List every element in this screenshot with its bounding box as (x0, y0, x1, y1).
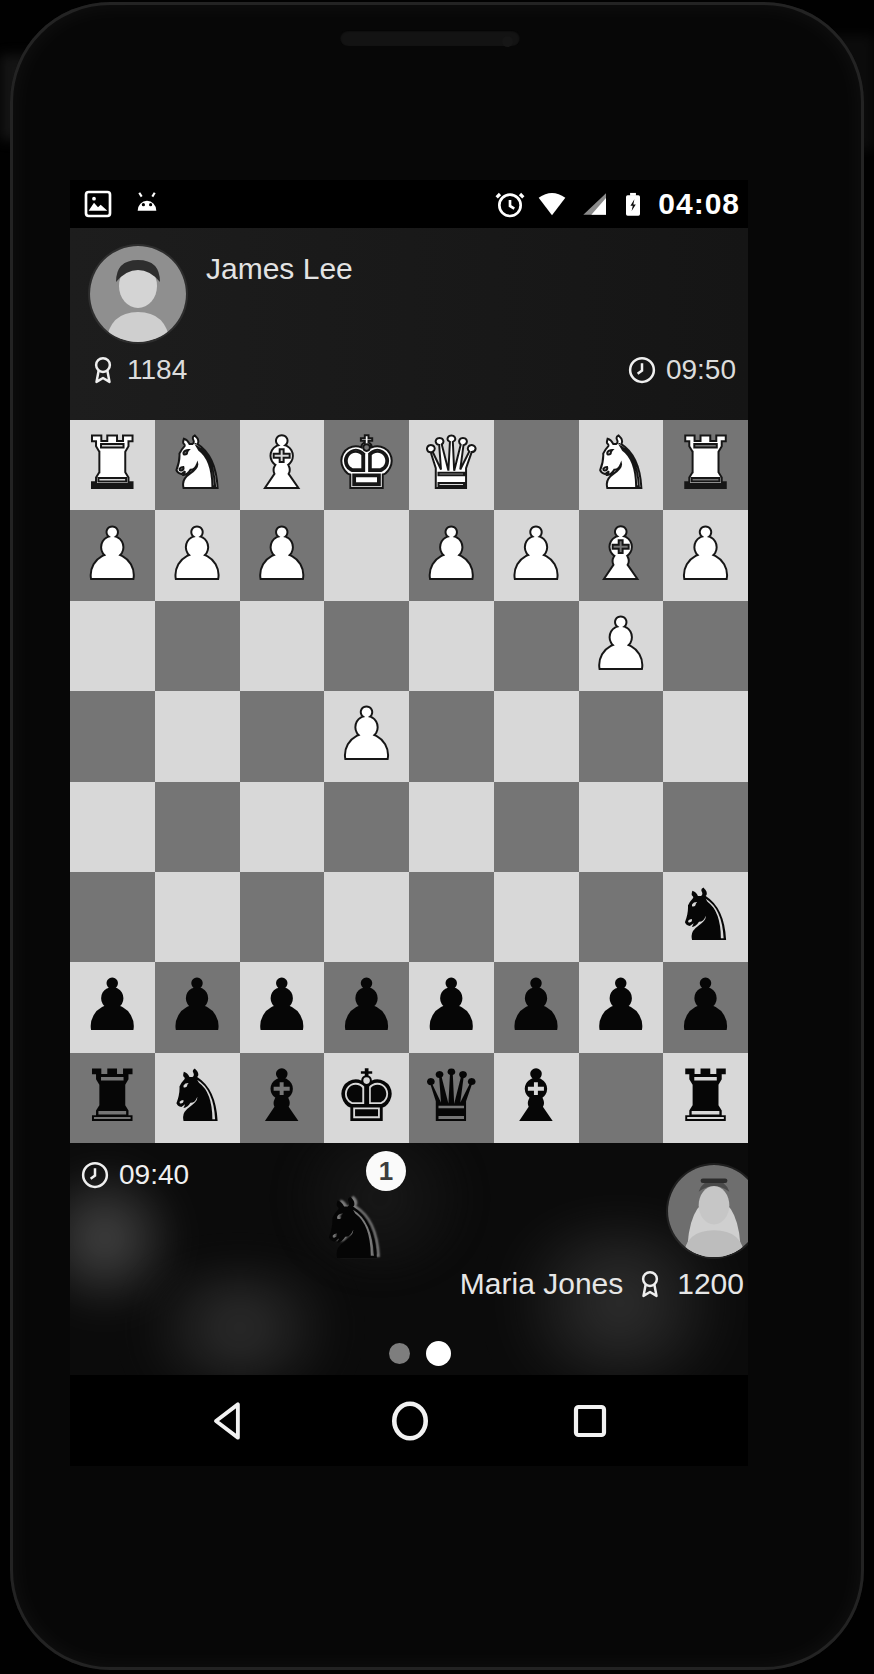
piece-black-pawn[interactable]: ♟ (80, 969, 145, 1041)
chess-board[interactable]: ♜♞♝♚♛♞♜♟♟♟♟♟♝♟♟♟♞♟♟♟♟♟♟♟♟♜♞♝♚♛♝♜ (70, 420, 748, 1143)
board-square[interactable]: ♟ (155, 510, 240, 600)
piece-black-pawn[interactable]: ♟ (334, 969, 399, 1041)
app-screen: 04:08 James Lee 1184 09:50 (70, 180, 748, 1466)
board-square[interactable]: ♟ (663, 510, 748, 600)
board-square[interactable]: ♟ (663, 962, 748, 1052)
home-button[interactable] (370, 1375, 450, 1466)
piece-white-knight[interactable]: ♞ (589, 427, 654, 499)
piece-black-king[interactable]: ♚ (334, 1060, 399, 1132)
piece-white-rook[interactable]: ♜ (80, 427, 145, 499)
board-square[interactable]: ♛ (409, 420, 494, 510)
board-square[interactable] (579, 1053, 664, 1143)
board-square[interactable]: ♟ (70, 962, 155, 1052)
board-square[interactable]: ♞ (155, 1053, 240, 1143)
avatar-james[interactable] (90, 246, 186, 342)
top-player-bar: James Lee 1184 09:50 (70, 228, 748, 420)
clock-value-bottom: 09:40 (119, 1159, 189, 1191)
board-square[interactable]: ♟ (409, 510, 494, 600)
piece-white-pawn[interactable]: ♟ (250, 518, 315, 590)
front-camera (502, 36, 513, 47)
board-square[interactable]: ♞ (155, 420, 240, 510)
gallery-icon (82, 188, 114, 220)
piece-white-queen[interactable]: ♛ (419, 427, 484, 499)
back-button[interactable] (190, 1375, 270, 1466)
board-square[interactable]: ♜ (70, 420, 155, 510)
board-square[interactable]: ♚ (324, 1053, 409, 1143)
board-square[interactable] (324, 872, 409, 962)
board-square[interactable]: ♜ (663, 1053, 748, 1143)
android-nav-bar (70, 1375, 748, 1466)
board-square[interactable] (494, 782, 579, 872)
piece-black-bishop[interactable]: ♝ (504, 1060, 569, 1132)
board-square[interactable]: ♝ (240, 420, 325, 510)
page-dot[interactable] (389, 1343, 410, 1364)
board-square[interactable]: ♝ (579, 510, 664, 600)
board-square[interactable] (663, 601, 748, 691)
piece-white-pawn[interactable]: ♟ (419, 518, 484, 590)
board-square[interactable] (155, 691, 240, 781)
player-info-bottom: Maria Jones 1200 (460, 1267, 744, 1301)
board-square[interactable] (409, 691, 494, 781)
medal-icon (88, 354, 118, 386)
board-square[interactable] (324, 510, 409, 600)
piece-white-pawn[interactable]: ♟ (589, 608, 654, 680)
board-square[interactable] (155, 601, 240, 691)
piece-white-king[interactable]: ♚ (334, 427, 399, 499)
piece-black-pawn[interactable]: ♟ (419, 969, 484, 1041)
player-name-top: James Lee (206, 252, 353, 286)
status-time: 04:08 (658, 187, 740, 221)
cell-signal-icon (578, 187, 610, 221)
board-square[interactable]: ♛ (409, 1053, 494, 1143)
board-square[interactable]: ♚ (324, 420, 409, 510)
page-dot[interactable] (426, 1341, 451, 1366)
board-square[interactable]: ♟ (324, 691, 409, 781)
board-square[interactable]: ♟ (70, 510, 155, 600)
piece-white-bishop[interactable]: ♝ (250, 427, 315, 499)
board-square[interactable] (579, 782, 664, 872)
piece-black-pawn[interactable]: ♟ (673, 969, 738, 1041)
board-square[interactable] (324, 601, 409, 691)
board-square[interactable]: ♝ (494, 1053, 579, 1143)
board-square[interactable] (663, 691, 748, 781)
board-square[interactable] (155, 872, 240, 962)
board-square[interactable] (70, 872, 155, 962)
bottom-player-area: 09:40 1 ♞ Maria Jones 1200 (70, 1143, 748, 1375)
board-square[interactable]: ♟ (579, 962, 664, 1052)
piece-black-knight[interactable]: ♞ (165, 1060, 230, 1132)
clock-top: 09:50 (627, 354, 736, 386)
medal-icon (635, 1268, 665, 1300)
board-square[interactable]: ♟ (324, 962, 409, 1052)
board-square[interactable] (579, 691, 664, 781)
piece-white-knight[interactable]: ♞ (165, 427, 230, 499)
board-square[interactable] (240, 782, 325, 872)
earpiece (340, 30, 520, 46)
board-square[interactable]: ♟ (240, 510, 325, 600)
board-square[interactable] (324, 782, 409, 872)
wifi-icon (535, 187, 569, 221)
board-square[interactable] (494, 601, 579, 691)
board-square[interactable]: ♟ (579, 601, 664, 691)
board-square[interactable]: ♝ (240, 1053, 325, 1143)
board-square[interactable]: ♟ (494, 962, 579, 1052)
board-square[interactable] (240, 691, 325, 781)
board-square[interactable] (240, 872, 325, 962)
board-square[interactable] (409, 782, 494, 872)
piece-white-pawn[interactable]: ♟ (165, 518, 230, 590)
board-square[interactable] (240, 601, 325, 691)
board-square[interactable] (70, 601, 155, 691)
board-square[interactable]: ♜ (70, 1053, 155, 1143)
rating-value-top: 1184 (127, 354, 187, 386)
board-square[interactable] (494, 872, 579, 962)
player-name-bottom: Maria Jones (460, 1267, 623, 1301)
board-square[interactable] (494, 420, 579, 510)
clock-value-top: 09:50 (666, 354, 736, 386)
piece-white-pawn[interactable]: ♟ (504, 518, 569, 590)
board-square[interactable]: ♟ (155, 962, 240, 1052)
board-square[interactable]: ♞ (663, 872, 748, 962)
board-square[interactable]: ♟ (409, 962, 494, 1052)
board-square[interactable] (70, 691, 155, 781)
board-square[interactable] (155, 782, 240, 872)
piece-black-pawn[interactable]: ♟ (165, 969, 230, 1041)
alarm-icon (494, 187, 526, 221)
piece-black-queen[interactable]: ♛ (419, 1060, 484, 1132)
piece-white-pawn[interactable]: ♟ (80, 518, 145, 590)
board-square[interactable] (579, 872, 664, 962)
piece-black-rook[interactable]: ♜ (673, 1060, 738, 1132)
piece-black-knight[interactable]: ♞ (673, 879, 738, 951)
piece-white-pawn[interactable]: ♟ (334, 698, 399, 770)
clock-icon (80, 1160, 110, 1190)
board-square[interactable] (409, 601, 494, 691)
status-bar: 04:08 (70, 180, 748, 228)
piece-black-pawn[interactable]: ♟ (250, 969, 315, 1041)
board-square[interactable]: ♞ (579, 420, 664, 510)
dragged-black-knight[interactable]: ♞ (298, 1179, 408, 1279)
recents-button[interactable] (550, 1375, 630, 1466)
clock-icon (627, 355, 657, 385)
board-square[interactable]: ♟ (240, 962, 325, 1052)
rating-top: 1184 (88, 354, 187, 386)
board-square[interactable] (494, 691, 579, 781)
page-indicator (70, 1341, 748, 1366)
board-square[interactable]: ♜ (663, 420, 748, 510)
piece-white-pawn[interactable]: ♟ (673, 518, 738, 590)
piece-black-pawn[interactable]: ♟ (504, 969, 569, 1041)
board-square[interactable] (70, 782, 155, 872)
piece-white-rook[interactable]: ♜ (673, 427, 738, 499)
clock-bottom: 09:40 (80, 1159, 189, 1191)
piece-black-bishop[interactable]: ♝ (250, 1060, 315, 1132)
rating-value-bottom: 1200 (677, 1267, 744, 1301)
piece-white-bishop[interactable]: ♝ (589, 518, 654, 590)
board-square[interactable]: ♟ (494, 510, 579, 600)
battery-charging-icon (619, 186, 647, 222)
board-square[interactable] (409, 872, 494, 962)
board-square[interactable] (663, 782, 748, 872)
piece-black-rook[interactable]: ♜ (80, 1060, 145, 1132)
piece-black-pawn[interactable]: ♟ (589, 969, 654, 1041)
android-icon (130, 188, 164, 220)
